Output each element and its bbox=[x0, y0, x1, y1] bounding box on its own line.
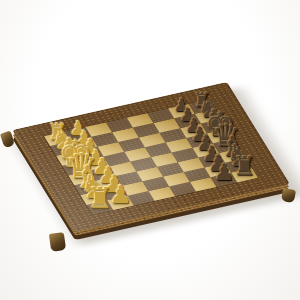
chess-set-photo: Angled photo of a metal Staunton chess s… bbox=[0, 0, 300, 300]
board-foot-right bbox=[281, 188, 296, 203]
board-foot-front bbox=[49, 232, 66, 252]
board-grid bbox=[44, 99, 258, 214]
